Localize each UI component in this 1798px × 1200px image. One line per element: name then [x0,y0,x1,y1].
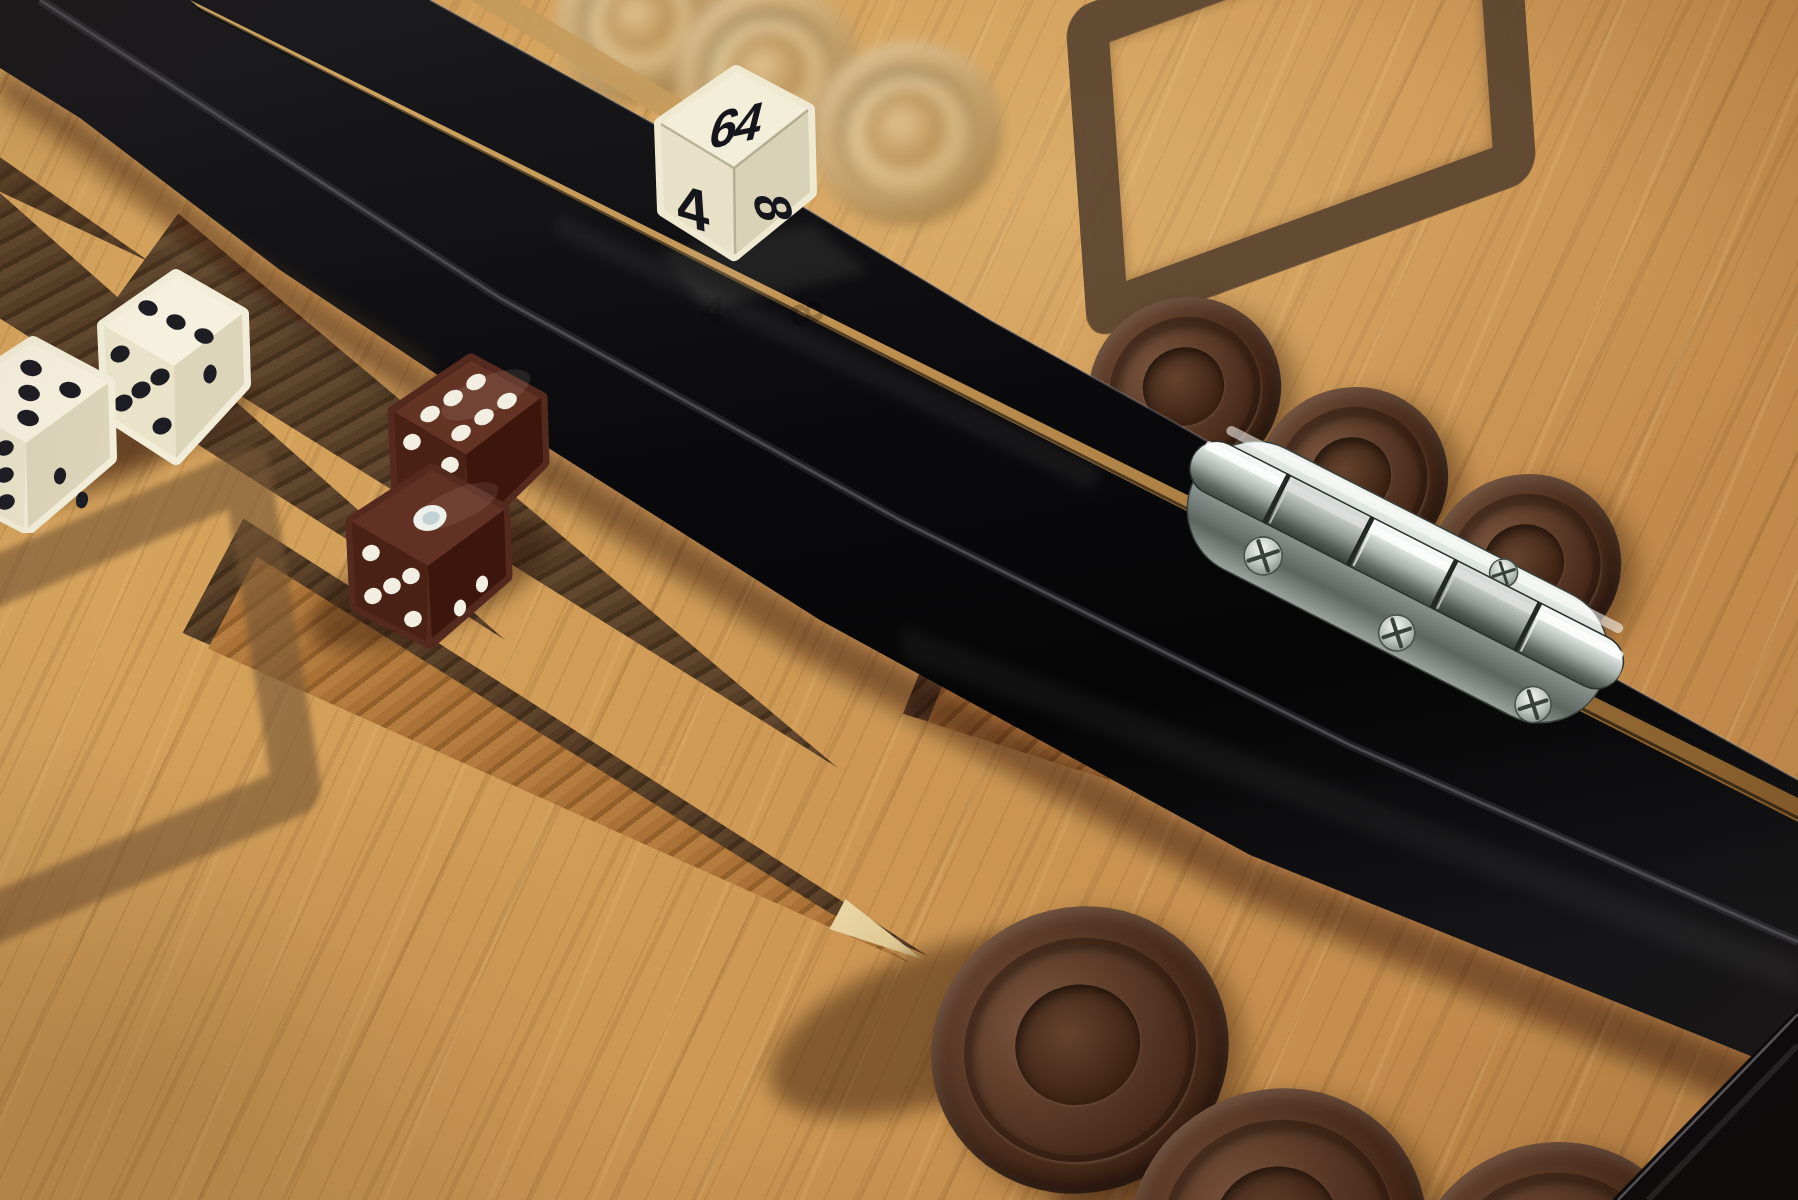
white-die-5-6[interactable] [0,328,123,533]
brown-die-1-5[interactable] [336,456,521,651]
doubling-cube[interactable]: 64 4 8 [636,62,836,272]
cube-face-8: 8 [741,195,806,222]
svg-text:8: 8 [741,195,806,222]
svg-text:4: 4 [674,170,711,246]
backgammon-photo: 8 4 [0,0,1798,1200]
cube-face-4: 4 [674,170,711,246]
